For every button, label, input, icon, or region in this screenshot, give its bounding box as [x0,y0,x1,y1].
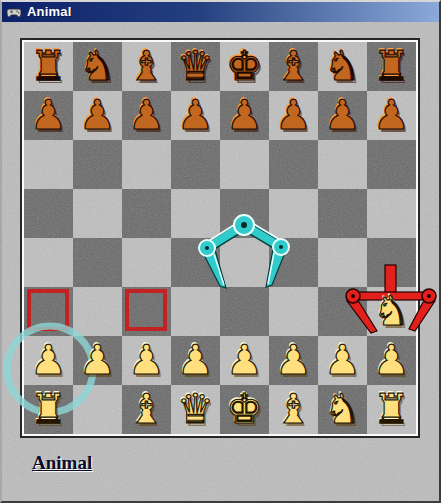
piece-white-pawn-h2[interactable]: ♟ [367,336,416,385]
pieces-layer: ♜♞♝♛♚♝♞♜♟♟♟♟♟♟♟♟♞♟♟♟♟♟♟♟♟♜♝♛♚♝♞♜ [24,42,416,434]
piece-black-rook-h8[interactable]: ♜ [367,42,416,91]
piece-white-king-e1[interactable]: ♚ [220,385,269,434]
piece-black-bishop-f8[interactable]: ♝ [269,42,318,91]
piece-white-pawn-f2[interactable]: ♟ [269,336,318,385]
piece-white-bishop-f1[interactable]: ♝ [269,385,318,434]
titlebar[interactable]: Animal [2,2,439,22]
piece-white-pawn-b2[interactable]: ♟ [73,336,122,385]
piece-white-queen-d1[interactable]: ♛ [171,385,220,434]
piece-black-pawn-a7[interactable]: ♟ [24,91,73,140]
piece-black-king-e8[interactable]: ♚ [220,42,269,91]
piece-white-bishop-c1[interactable]: ♝ [122,385,171,434]
piece-black-pawn-b7[interactable]: ♟ [73,91,122,140]
client-area: ♜♞♝♛♚♝♞♜♟♟♟♟♟♟♟♟♞♟♟♟♟♟♟♟♟♜♝♛♚♝♞♜ Animal [2,22,439,501]
piece-white-pawn-c2[interactable]: ♟ [122,336,171,385]
piece-white-pawn-g2[interactable]: ♟ [318,336,367,385]
piece-black-pawn-h7[interactable]: ♟ [367,91,416,140]
piece-black-pawn-c7[interactable]: ♟ [122,91,171,140]
piece-white-knight-h3[interactable]: ♞ [367,287,416,336]
piece-black-knight-g8[interactable]: ♞ [318,42,367,91]
piece-black-pawn-g7[interactable]: ♟ [318,91,367,140]
gamepad-icon[interactable] [6,5,22,19]
piece-black-bishop-c8[interactable]: ♝ [122,42,171,91]
window: Animal [0,0,441,503]
piece-white-pawn-d2[interactable]: ♟ [171,336,220,385]
piece-white-pawn-e2[interactable]: ♟ [220,336,269,385]
piece-white-pawn-a2[interactable]: ♟ [24,336,73,385]
piece-white-rook-a1[interactable]: ♜ [24,385,73,434]
piece-black-pawn-e7[interactable]: ♟ [220,91,269,140]
piece-white-knight-g1[interactable]: ♞ [318,385,367,434]
piece-black-rook-a8[interactable]: ♜ [24,42,73,91]
piece-black-pawn-f7[interactable]: ♟ [269,91,318,140]
piece-black-knight-b8[interactable]: ♞ [73,42,122,91]
piece-white-rook-h1[interactable]: ♜ [367,385,416,434]
footer-label: Animal [32,452,92,474]
piece-black-pawn-d7[interactable]: ♟ [171,91,220,140]
window-title: Animal [27,2,72,22]
piece-black-queen-d8[interactable]: ♛ [171,42,220,91]
